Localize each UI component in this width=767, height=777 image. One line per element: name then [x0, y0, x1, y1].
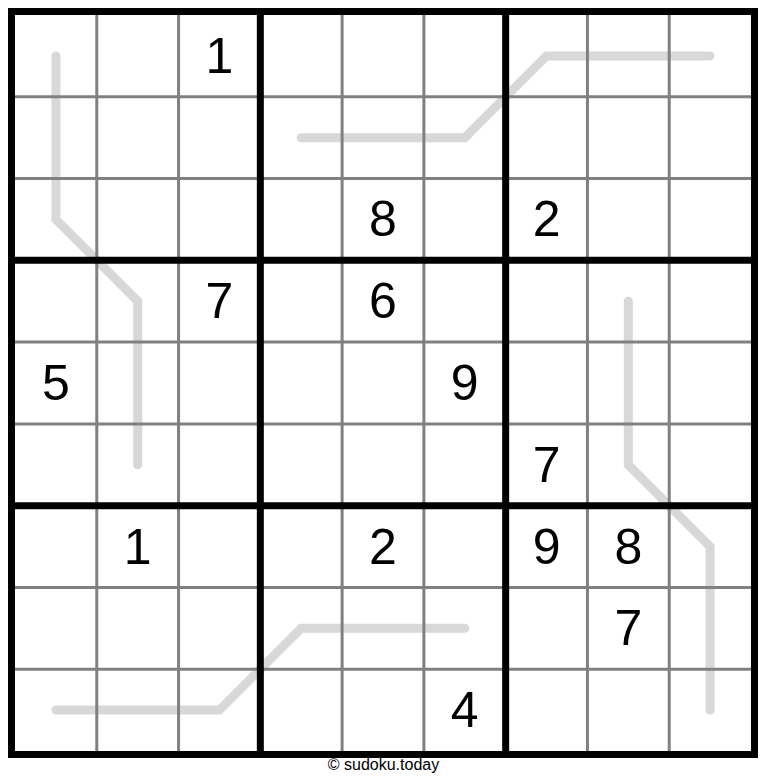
page: 18276597129874 © sudoku.today: [0, 0, 767, 777]
cell-r5c2[interactable]: [97, 342, 179, 424]
cell-r8c1[interactable]: [15, 587, 97, 669]
cell-r3c7-given-2[interactable]: 2: [506, 179, 588, 261]
cell-r9c1[interactable]: [15, 669, 97, 751]
cell-r6c8[interactable]: [587, 424, 669, 506]
sudoku-board: 18276597129874: [8, 8, 758, 758]
cell-r7c8-given-8[interactable]: 8: [587, 506, 669, 588]
cell-r4c6[interactable]: [424, 260, 506, 342]
cell-r8c6[interactable]: [424, 587, 506, 669]
cell-r7c4[interactable]: [260, 506, 342, 588]
cell-r8c3[interactable]: [179, 587, 261, 669]
cell-r1c3-given-1[interactable]: 1: [179, 15, 261, 97]
cell-r7c7-given-9[interactable]: 9: [506, 506, 588, 588]
cell-r6c5[interactable]: [342, 424, 424, 506]
cell-r9c4[interactable]: [260, 669, 342, 751]
cell-r6c7-given-7[interactable]: 7: [506, 424, 588, 506]
cell-r1c5[interactable]: [342, 15, 424, 97]
cell-r6c2[interactable]: [97, 424, 179, 506]
cell-r9c5[interactable]: [342, 669, 424, 751]
cell-r8c5[interactable]: [342, 587, 424, 669]
cell-r2c3[interactable]: [179, 97, 261, 179]
cell-r5c3[interactable]: [179, 342, 261, 424]
cell-r8c2[interactable]: [97, 587, 179, 669]
cell-r4c2[interactable]: [97, 260, 179, 342]
cell-r9c2[interactable]: [97, 669, 179, 751]
cell-r4c4[interactable]: [260, 260, 342, 342]
cell-r5c1-given-5[interactable]: 5: [15, 342, 97, 424]
cell-r3c3[interactable]: [179, 179, 261, 261]
cell-r7c3[interactable]: [179, 506, 261, 588]
cell-r5c9[interactable]: [669, 342, 751, 424]
cell-r4c5-given-6[interactable]: 6: [342, 260, 424, 342]
cell-r9c3[interactable]: [179, 669, 261, 751]
cell-r1c4[interactable]: [260, 15, 342, 97]
cell-r2c6[interactable]: [424, 97, 506, 179]
cell-r5c8[interactable]: [587, 342, 669, 424]
cell-r2c7[interactable]: [506, 97, 588, 179]
cell-r2c9[interactable]: [669, 97, 751, 179]
cell-r3c9[interactable]: [669, 179, 751, 261]
cell-r6c1[interactable]: [15, 424, 97, 506]
cell-r5c6-given-9[interactable]: 9: [424, 342, 506, 424]
cell-r2c8[interactable]: [587, 97, 669, 179]
cell-r2c2[interactable]: [97, 97, 179, 179]
cell-r7c1[interactable]: [15, 506, 97, 588]
cell-r7c6[interactable]: [424, 506, 506, 588]
cell-r4c8[interactable]: [587, 260, 669, 342]
cell-r9c6-given-4[interactable]: 4: [424, 669, 506, 751]
cell-r7c9[interactable]: [669, 506, 751, 588]
cell-r2c5[interactable]: [342, 97, 424, 179]
cell-r3c4[interactable]: [260, 179, 342, 261]
cell-r1c2[interactable]: [97, 15, 179, 97]
cell-r8c4[interactable]: [260, 587, 342, 669]
cell-r2c1[interactable]: [15, 97, 97, 179]
cell-r4c9[interactable]: [669, 260, 751, 342]
cell-r7c2-given-1[interactable]: 1: [97, 506, 179, 588]
cell-r9c7[interactable]: [506, 669, 588, 751]
cell-r1c7[interactable]: [506, 15, 588, 97]
cell-r3c5-given-8[interactable]: 8: [342, 179, 424, 261]
cell-r8c8-given-7[interactable]: 7: [587, 587, 669, 669]
cell-r4c3-given-7[interactable]: 7: [179, 260, 261, 342]
cell-r4c7[interactable]: [506, 260, 588, 342]
cell-r6c3[interactable]: [179, 424, 261, 506]
cell-r7c5-given-2[interactable]: 2: [342, 506, 424, 588]
cell-r2c4[interactable]: [260, 97, 342, 179]
cell-r4c1[interactable]: [15, 260, 97, 342]
cell-r1c1[interactable]: [15, 15, 97, 97]
cell-r6c4[interactable]: [260, 424, 342, 506]
cell-r9c8[interactable]: [587, 669, 669, 751]
cell-r5c7[interactable]: [506, 342, 588, 424]
cell-r9c9[interactable]: [669, 669, 751, 751]
sudoku-grid: 18276597129874: [15, 15, 751, 751]
cell-r3c1[interactable]: [15, 179, 97, 261]
cell-r1c8[interactable]: [587, 15, 669, 97]
cell-r3c6[interactable]: [424, 179, 506, 261]
cell-r1c9[interactable]: [669, 15, 751, 97]
cell-r8c7[interactable]: [506, 587, 588, 669]
cell-r8c9[interactable]: [669, 587, 751, 669]
cell-r1c6[interactable]: [424, 15, 506, 97]
cell-r5c5[interactable]: [342, 342, 424, 424]
cell-r6c9[interactable]: [669, 424, 751, 506]
footer-credit: © sudoku.today: [0, 755, 767, 775]
cell-r6c6[interactable]: [424, 424, 506, 506]
cell-r5c4[interactable]: [260, 342, 342, 424]
cell-r3c2[interactable]: [97, 179, 179, 261]
cell-r3c8[interactable]: [587, 179, 669, 261]
